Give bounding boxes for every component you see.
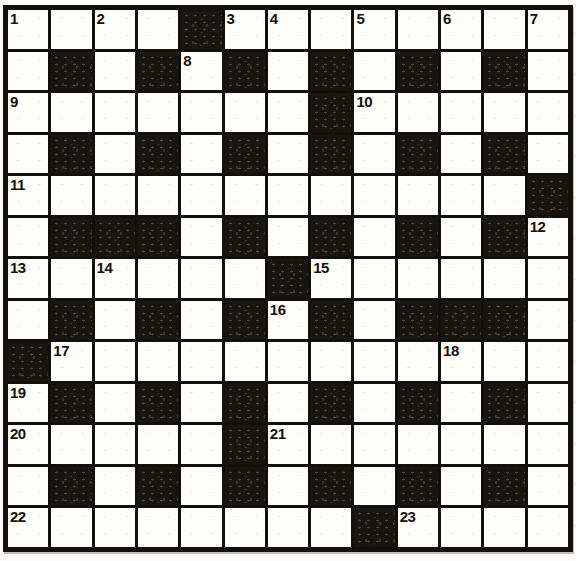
cell-r4c9[interactable]	[398, 176, 438, 215]
cell-r3c2[interactable]	[95, 135, 135, 174]
cell-r3c11	[484, 135, 524, 174]
cell-r1c12[interactable]	[528, 52, 568, 91]
cell-r2c7	[311, 93, 351, 132]
cell-r0c8[interactable]: 5	[354, 10, 394, 49]
cell-r1c11	[484, 52, 524, 91]
clue-number: 7	[530, 10, 538, 27]
cell-r5c2	[95, 218, 135, 257]
cell-r2c3[interactable]	[138, 93, 178, 132]
cell-r2c1[interactable]	[51, 93, 91, 132]
cell-r4c11[interactable]	[484, 176, 524, 215]
cell-r11c4[interactable]	[181, 467, 221, 506]
cell-r7c1	[51, 301, 91, 340]
cell-r12c11[interactable]	[484, 508, 524, 547]
cell-r7c2[interactable]	[95, 301, 135, 340]
cell-r10c8[interactable]	[354, 425, 394, 464]
clue-number: 3	[227, 10, 235, 27]
cell-r12c4[interactable]	[181, 508, 221, 547]
cell-r6c11[interactable]	[484, 259, 524, 298]
cell-r0c4	[181, 10, 221, 49]
clue-number: 21	[270, 425, 286, 442]
cell-r6c2[interactable]: 14	[95, 259, 135, 298]
cell-r9c11	[484, 384, 524, 423]
cell-r10c10[interactable]	[441, 425, 481, 464]
cell-r6c0[interactable]: 13	[8, 259, 48, 298]
cell-r5c1	[51, 218, 91, 257]
clue-number: 1	[10, 10, 18, 27]
cell-r7c8[interactable]	[354, 301, 394, 340]
cell-r2c5[interactable]	[225, 93, 265, 132]
cell-r8c9[interactable]	[398, 342, 438, 381]
cell-r1c8[interactable]	[354, 52, 394, 91]
cell-r6c6	[268, 259, 308, 298]
clue-number: 23	[400, 508, 416, 525]
cell-r5c5	[225, 218, 265, 257]
cell-r4c0[interactable]: 11	[8, 176, 48, 215]
cell-r8c5[interactable]	[225, 342, 265, 381]
cell-r10c0[interactable]: 20	[8, 425, 48, 464]
cell-r0c3[interactable]	[138, 10, 178, 49]
cell-r10c12[interactable]	[528, 425, 568, 464]
clue-number: 18	[443, 342, 459, 359]
cell-r7c10	[441, 301, 481, 340]
cell-r9c0[interactable]: 19	[8, 384, 48, 423]
cell-r4c1[interactable]	[51, 176, 91, 215]
cell-r12c2[interactable]	[95, 508, 135, 547]
cell-r3c8[interactable]	[354, 135, 394, 174]
cell-r0c9[interactable]	[398, 10, 438, 49]
cell-r11c8[interactable]	[354, 467, 394, 506]
cell-r9c8[interactable]	[354, 384, 394, 423]
clue-number: 8	[183, 52, 191, 69]
cell-r10c6[interactable]: 21	[268, 425, 308, 464]
cell-r1c5	[225, 52, 265, 91]
cell-r11c3	[138, 467, 178, 506]
cell-r12c12[interactable]	[528, 508, 568, 547]
cell-r11c10[interactable]	[441, 467, 481, 506]
cell-r6c9[interactable]	[398, 259, 438, 298]
cell-r7c6[interactable]: 16	[268, 301, 308, 340]
cell-r2c0[interactable]: 9	[8, 93, 48, 132]
cell-r2c9[interactable]	[398, 93, 438, 132]
cell-r1c10[interactable]	[441, 52, 481, 91]
cell-r2c4[interactable]	[181, 93, 221, 132]
cell-r4c4[interactable]	[181, 176, 221, 215]
clue-number: 14	[97, 259, 113, 276]
cell-r11c0[interactable]	[8, 467, 48, 506]
cell-r12c10[interactable]	[441, 508, 481, 547]
cell-r7c0[interactable]	[8, 301, 48, 340]
cell-r12c3[interactable]	[138, 508, 178, 547]
cell-r1c4[interactable]: 8	[181, 52, 221, 91]
cell-r5c7	[311, 218, 351, 257]
cell-r9c1	[51, 384, 91, 423]
cell-r6c10[interactable]	[441, 259, 481, 298]
cell-r12c8	[354, 508, 394, 547]
cell-r1c3	[138, 52, 178, 91]
cell-r10c11[interactable]	[484, 425, 524, 464]
cell-r3c5	[225, 135, 265, 174]
cell-r8c12[interactable]	[528, 342, 568, 381]
cell-r5c8[interactable]	[354, 218, 394, 257]
cell-r3c0[interactable]	[8, 135, 48, 174]
cell-r3c12[interactable]	[528, 135, 568, 174]
cell-r7c11	[484, 301, 524, 340]
cell-r1c6[interactable]	[268, 52, 308, 91]
cell-r5c10[interactable]	[441, 218, 481, 257]
cell-r6c1[interactable]	[51, 259, 91, 298]
cell-r10c1[interactable]	[51, 425, 91, 464]
cell-r11c9	[398, 467, 438, 506]
cell-r2c2[interactable]	[95, 93, 135, 132]
cell-r4c5[interactable]	[225, 176, 265, 215]
cell-r9c6[interactable]	[268, 384, 308, 423]
cell-r8c4[interactable]	[181, 342, 221, 381]
cell-r0c11[interactable]	[484, 10, 524, 49]
cell-r12c1[interactable]	[51, 508, 91, 547]
cell-r10c5	[225, 425, 265, 464]
clue-number: 6	[443, 10, 451, 27]
cell-r0c0[interactable]: 1	[8, 10, 48, 49]
cell-r0c7[interactable]	[311, 10, 351, 49]
clue-number: 22	[10, 508, 26, 525]
cell-r11c11	[484, 467, 524, 506]
cell-r5c3	[138, 218, 178, 257]
cell-r10c7[interactable]	[311, 425, 351, 464]
cell-r3c10[interactable]	[441, 135, 481, 174]
cell-r3c1	[51, 135, 91, 174]
cell-r9c10[interactable]	[441, 384, 481, 423]
cell-r4c7[interactable]	[311, 176, 351, 215]
clue-number: 13	[10, 259, 26, 276]
clue-number: 15	[313, 259, 329, 276]
cell-r4c6[interactable]	[268, 176, 308, 215]
clue-number: 9	[10, 93, 18, 110]
cell-r4c3[interactable]	[138, 176, 178, 215]
clue-number: 16	[270, 301, 286, 318]
cell-r5c4[interactable]	[181, 218, 221, 257]
clue-number: 4	[270, 10, 278, 27]
cell-r10c2[interactable]	[95, 425, 135, 464]
cell-r5c0[interactable]	[8, 218, 48, 257]
cell-r0c5[interactable]: 3	[225, 10, 265, 49]
cell-r9c5	[225, 384, 265, 423]
cell-r7c4[interactable]	[181, 301, 221, 340]
cell-r10c3[interactable]	[138, 425, 178, 464]
cell-r4c10[interactable]	[441, 176, 481, 215]
cell-r12c6[interactable]	[268, 508, 308, 547]
cell-r9c4[interactable]	[181, 384, 221, 423]
cell-r1c7	[311, 52, 351, 91]
clue-number: 5	[356, 10, 364, 27]
cell-r9c9	[398, 384, 438, 423]
cell-r10c9[interactable]	[398, 425, 438, 464]
cell-r12c9[interactable]: 23	[398, 508, 438, 547]
cell-r1c9	[398, 52, 438, 91]
cell-r2c11[interactable]	[484, 93, 524, 132]
cell-r5c9	[398, 218, 438, 257]
cell-r2c8[interactable]: 10	[354, 93, 394, 132]
cell-r0c12[interactable]: 7	[528, 10, 568, 49]
cell-r7c3	[138, 301, 178, 340]
cell-r5c11	[484, 218, 524, 257]
cell-r0c10[interactable]: 6	[441, 10, 481, 49]
cell-r11c6[interactable]	[268, 467, 308, 506]
cell-r9c3	[138, 384, 178, 423]
cell-r6c7[interactable]: 15	[311, 259, 351, 298]
cell-r8c10[interactable]: 18	[441, 342, 481, 381]
cell-r6c5[interactable]	[225, 259, 265, 298]
clue-number: 11	[10, 176, 25, 193]
cell-r8c6[interactable]	[268, 342, 308, 381]
cell-r1c1	[51, 52, 91, 91]
cell-r7c12[interactable]	[528, 301, 568, 340]
cell-r5c12[interactable]: 12	[528, 218, 568, 257]
clue-number: 12	[530, 218, 546, 235]
cell-r9c7	[311, 384, 351, 423]
cell-r12c5[interactable]	[225, 508, 265, 547]
clue-number: 20	[10, 425, 26, 442]
clue-number: 19	[10, 384, 26, 401]
cell-r3c7	[311, 135, 351, 174]
cell-r6c12[interactable]	[528, 259, 568, 298]
cell-r6c8[interactable]	[354, 259, 394, 298]
cell-r11c12[interactable]	[528, 467, 568, 506]
cell-r3c3	[138, 135, 178, 174]
cell-r3c6[interactable]	[268, 135, 308, 174]
cell-r8c7[interactable]	[311, 342, 351, 381]
cell-r12c0[interactable]: 22	[8, 508, 48, 547]
cell-r11c1	[51, 467, 91, 506]
clue-number: 2	[97, 10, 105, 27]
cell-r4c2[interactable]	[95, 176, 135, 215]
cell-r2c10[interactable]	[441, 93, 481, 132]
clue-number: 17	[53, 342, 69, 359]
cell-r8c11[interactable]	[484, 342, 524, 381]
cell-r0c6[interactable]: 4	[268, 10, 308, 49]
cell-r12c7[interactable]	[311, 508, 351, 547]
cell-r1c0[interactable]	[8, 52, 48, 91]
cell-r0c2[interactable]: 2	[95, 10, 135, 49]
cell-r3c4[interactable]	[181, 135, 221, 174]
cell-r8c8[interactable]	[354, 342, 394, 381]
cell-r2c6[interactable]	[268, 93, 308, 132]
cell-r2c12[interactable]	[528, 93, 568, 132]
cell-r6c3[interactable]	[138, 259, 178, 298]
cell-r8c1[interactable]: 17	[51, 342, 91, 381]
cell-r11c7	[311, 467, 351, 506]
cell-r7c9	[398, 301, 438, 340]
cell-r11c2[interactable]	[95, 467, 135, 506]
cell-r8c2[interactable]	[95, 342, 135, 381]
cell-r4c12	[528, 176, 568, 215]
cell-r7c7	[311, 301, 351, 340]
cell-r1c2[interactable]	[95, 52, 135, 91]
clue-number: 10	[356, 93, 372, 110]
cell-r8c0	[8, 342, 48, 381]
cell-r0c1[interactable]	[51, 10, 91, 49]
cell-r9c2[interactable]	[95, 384, 135, 423]
cell-r3c9	[398, 135, 438, 174]
cell-r8c3[interactable]	[138, 342, 178, 381]
scanned-crossword-page: { "game": "crossword", "board": { "rows"…	[0, 0, 576, 561]
cell-r7c5	[225, 301, 265, 340]
cell-r5c6[interactable]	[268, 218, 308, 257]
cell-r9c12[interactable]	[528, 384, 568, 423]
crossword-board: 1234567891011121314151617181920212223	[3, 5, 573, 552]
cell-r10c4[interactable]	[181, 425, 221, 464]
cell-r6c4[interactable]	[181, 259, 221, 298]
cell-r4c8[interactable]	[354, 176, 394, 215]
cell-r11c5	[225, 467, 265, 506]
